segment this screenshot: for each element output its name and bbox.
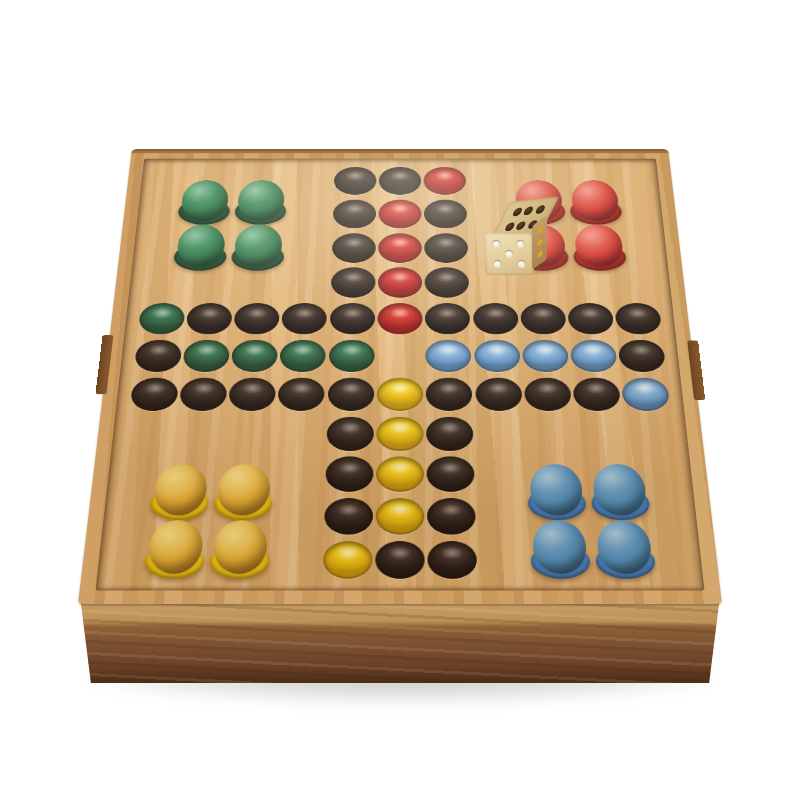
marble-green-1[interactable] — [176, 180, 233, 224]
cell-r1-c8 — [467, 165, 513, 198]
cell-r5-c8 — [471, 301, 520, 338]
cell-r5-c1 — [136, 301, 187, 338]
hole-r9-c6-y[interactable] — [376, 457, 424, 492]
hole-r10-c5[interactable] — [324, 498, 373, 535]
hole-r6-c11[interactable] — [618, 340, 667, 372]
marble-blue-4[interactable] — [592, 520, 658, 579]
cell-r6-c11 — [616, 337, 668, 375]
cell-r8-c6 — [375, 414, 425, 454]
hole-r6-c3-g[interactable] — [231, 340, 278, 372]
hole-r2-c6-r[interactable] — [378, 200, 421, 229]
hole-r7-c8[interactable] — [475, 378, 522, 411]
hole-r10-c7[interactable] — [427, 498, 476, 535]
cell-r7-c8 — [473, 375, 524, 414]
marble-blue-3[interactable] — [528, 520, 592, 579]
cell-r2-c6 — [377, 197, 423, 230]
cell-r9-c7 — [425, 454, 477, 495]
home-base-top-left — [172, 180, 291, 255]
cell-r7-c10 — [571, 375, 623, 414]
cell-r7-c2 — [177, 375, 229, 414]
hole-r5-c8[interactable] — [473, 303, 519, 334]
cell-r6-c6 — [376, 337, 425, 375]
marble-blue-2[interactable] — [588, 464, 652, 520]
hole-r5-c11[interactable] — [615, 303, 663, 334]
hole-r1-c7-r[interactable] — [424, 167, 467, 195]
cell-r8-c4 — [274, 414, 326, 454]
hole-r8-c6-y[interactable] — [376, 417, 423, 451]
marble-yellow-3[interactable] — [142, 520, 208, 579]
hole-r6-c10-b[interactable] — [570, 340, 618, 372]
cell-r7-c6 — [375, 375, 425, 414]
hole-r7-c9[interactable] — [524, 378, 572, 411]
cell-r6-c9 — [520, 337, 571, 375]
die-pip — [537, 226, 542, 235]
cell-r11-c7 — [426, 538, 479, 582]
die-pip — [516, 240, 524, 248]
photo-backdrop — [0, 0, 800, 800]
cell-r5-c4 — [280, 301, 329, 338]
hole-r3-c7[interactable] — [424, 233, 468, 262]
cell-r6-c1 — [132, 337, 184, 375]
cell-r5-c5 — [328, 301, 376, 338]
hole-r6-c1[interactable] — [133, 340, 182, 372]
cell-r8-c5 — [324, 414, 375, 454]
cell-r11-c4 — [268, 538, 322, 582]
hole-r7-c11-b[interactable] — [621, 378, 670, 411]
hole-r5-c4[interactable] — [281, 303, 327, 334]
hole-r7-c5[interactable] — [327, 378, 374, 411]
marble-blue-1[interactable] — [525, 464, 588, 520]
hole-r6-c5-g[interactable] — [328, 340, 374, 372]
hole-r5-c7[interactable] — [425, 303, 470, 334]
hole-r6-c4-g[interactable] — [280, 340, 327, 372]
cell-r8-c1 — [123, 414, 177, 454]
cell-r6-c5 — [327, 337, 376, 375]
hole-r5-c9[interactable] — [520, 303, 567, 334]
die-pip — [537, 238, 542, 247]
die-pip — [511, 207, 523, 216]
hole-r5-c1-g[interactable] — [137, 303, 185, 334]
cell-r11-c6 — [374, 538, 427, 582]
cell-r1-c4 — [287, 165, 333, 198]
hole-r1-c5[interactable] — [333, 167, 376, 195]
hole-r6-c7-b[interactable] — [426, 340, 472, 372]
die-pip — [537, 251, 542, 260]
cell-r2-c5 — [331, 197, 377, 230]
cell-r7-c5 — [326, 375, 376, 414]
hole-r4-c7[interactable] — [425, 268, 470, 298]
cell-r11-c8 — [478, 538, 532, 582]
marble-yellow-1[interactable] — [148, 464, 212, 520]
ludo-board — [78, 149, 722, 604]
wooden-die[interactable] — [482, 202, 554, 274]
cell-r4-c6 — [376, 265, 423, 300]
cell-r6-c2 — [180, 337, 231, 375]
marble-green-2[interactable] — [233, 180, 289, 224]
cell-r3-c4 — [283, 231, 331, 265]
tray-notch-right — [687, 341, 705, 401]
cell-r7-c11 — [620, 375, 673, 414]
board-surface — [96, 159, 705, 591]
cell-r7-c7 — [424, 375, 474, 414]
hole-r7-c7[interactable] — [426, 378, 473, 411]
hole-r7-c2[interactable] — [179, 378, 228, 411]
home-base-bottom-right — [523, 464, 657, 559]
hole-r3-c6-r[interactable] — [378, 233, 422, 262]
cell-r7-c1 — [127, 375, 180, 414]
cell-r5-c10 — [566, 301, 617, 338]
marble-yellow-2[interactable] — [212, 464, 275, 520]
hole-r11-c7[interactable] — [428, 541, 478, 579]
die-pip — [522, 206, 534, 215]
die-pip — [494, 260, 502, 268]
cell-r6-c10 — [568, 337, 619, 375]
hole-r6-c8-b[interactable] — [474, 340, 521, 372]
hole-r7-c4[interactable] — [278, 378, 325, 411]
cell-r7-c4 — [276, 375, 327, 414]
die-pip — [515, 221, 527, 230]
hole-r9-c5[interactable] — [325, 457, 373, 492]
cell-r2-c7 — [423, 197, 469, 230]
cell-r10-c8 — [477, 495, 530, 538]
cell-r10-c6 — [374, 495, 426, 538]
cell-r4-c7 — [423, 265, 471, 300]
die-pip — [493, 240, 501, 248]
hole-r4-c6-r[interactable] — [378, 268, 422, 298]
cell-r9-c6 — [374, 454, 425, 495]
hole-r11-c5-y[interactable] — [322, 541, 372, 579]
cell-r7-c9 — [522, 375, 573, 414]
hole-r5-c3[interactable] — [233, 303, 280, 334]
cell-r8-c9 — [524, 414, 576, 454]
cell-r5-c2 — [184, 301, 235, 338]
cell-r4-c5 — [329, 265, 377, 300]
hole-r5-c6-r[interactable] — [377, 303, 422, 334]
marble-green-4[interactable] — [230, 225, 287, 271]
marble-red-4[interactable] — [570, 225, 628, 271]
cell-r1-c5 — [332, 165, 378, 198]
cell-r9-c8 — [475, 454, 527, 495]
cell-r10-c4 — [270, 495, 323, 538]
hole-r5-c10[interactable] — [567, 303, 614, 334]
marble-green-3[interactable] — [172, 225, 230, 271]
die-pip — [517, 260, 525, 268]
cell-r1-c7 — [422, 165, 468, 198]
hole-r8-c5[interactable] — [326, 417, 374, 451]
tray-notch-left — [95, 335, 113, 394]
cell-r1-c6 — [377, 165, 422, 198]
cell-r5-c9 — [518, 301, 568, 338]
hole-r6-c2-g[interactable] — [182, 340, 230, 372]
cell-r6-c4 — [278, 337, 328, 375]
cell-r3-c5 — [330, 231, 377, 265]
hole-r7-c1[interactable] — [129, 378, 178, 411]
hole-r5-c5[interactable] — [329, 303, 374, 334]
cell-r5-c3 — [232, 301, 282, 338]
cell-r8-c3 — [224, 414, 276, 454]
cell-r10-c7 — [426, 495, 478, 538]
cell-r6-c7 — [424, 337, 473, 375]
hole-r5-c2[interactable] — [185, 303, 232, 334]
cell-r3-c7 — [423, 231, 470, 265]
cell-r9-c4 — [272, 454, 324, 495]
die-front-face — [484, 233, 534, 275]
cell-r4-c4 — [282, 265, 330, 300]
cell-r8-c2 — [174, 414, 227, 454]
cell-r5-c7 — [424, 301, 472, 338]
hole-r3-c5[interactable] — [332, 233, 376, 262]
hole-r6-c9-b[interactable] — [522, 340, 569, 372]
cell-r8-c11 — [623, 414, 677, 454]
hole-r7-c3[interactable] — [228, 378, 276, 411]
cell-r10-c5 — [322, 495, 374, 538]
cell-r3-c6 — [377, 231, 424, 265]
cell-r7-c3 — [227, 375, 278, 414]
cell-r11-c5 — [321, 538, 374, 582]
hole-r2-c7[interactable] — [424, 200, 467, 229]
hole-r4-c5[interactable] — [331, 268, 376, 298]
cell-r5-c6 — [376, 301, 424, 338]
box-front-wall — [78, 601, 722, 683]
die-pip — [505, 250, 513, 258]
cell-r8-c8 — [474, 414, 526, 454]
hole-r1-c6[interactable] — [379, 167, 421, 195]
hole-r10-c6-y[interactable] — [376, 498, 425, 535]
hole-r8-c7[interactable] — [426, 417, 474, 451]
cell-r8-c10 — [573, 414, 626, 454]
home-base-bottom-left — [142, 464, 276, 559]
hole-r2-c5[interactable] — [333, 200, 376, 229]
cell-r8-c7 — [425, 414, 476, 454]
hole-r11-c6[interactable] — [375, 541, 425, 579]
marble-red-2[interactable] — [567, 180, 624, 224]
marble-yellow-4[interactable] — [208, 520, 272, 579]
cell-r2-c4 — [285, 197, 332, 230]
cell-r6-c3 — [229, 337, 280, 375]
die-pip — [503, 222, 515, 231]
hole-r9-c7[interactable] — [427, 457, 475, 492]
hole-r7-c6-y[interactable] — [377, 378, 423, 411]
die-pip — [534, 205, 546, 214]
cell-r6-c8 — [472, 337, 522, 375]
hole-r7-c10[interactable] — [572, 378, 621, 411]
cell-r9-c5 — [323, 454, 375, 495]
cell-r5-c11 — [613, 301, 664, 338]
